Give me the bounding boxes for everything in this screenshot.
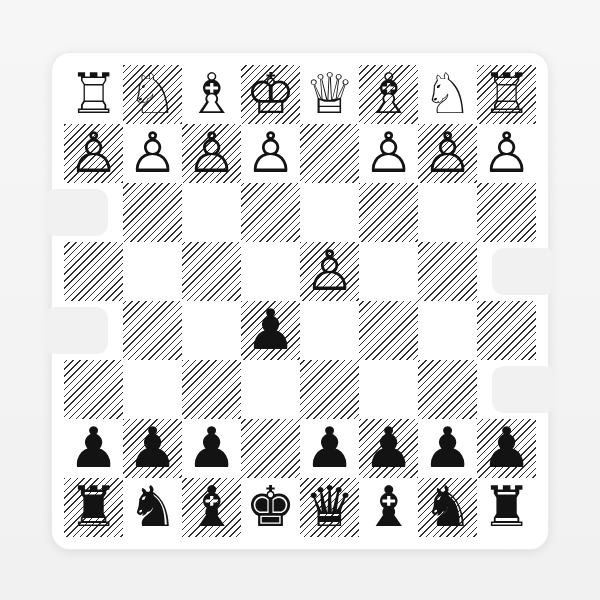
square-g7: ♟ [123, 419, 182, 478]
black-pawn-h7: ♟ [68, 419, 118, 477]
square-g1: ♘ [123, 65, 182, 124]
square-e3 [241, 183, 300, 242]
square-b3 [418, 183, 477, 242]
square-d6 [300, 360, 359, 419]
square-d1: ♕ [300, 65, 359, 124]
square-b5 [418, 301, 477, 360]
black-knight-b8: ♞ [422, 478, 472, 536]
white-pawn-d4: ♙ [304, 242, 354, 300]
square-a7: ♟ [477, 419, 536, 478]
square-b1: ♘ [418, 65, 477, 124]
square-h2: ♙ [64, 124, 123, 183]
black-bishop-c8: ♝ [363, 478, 413, 536]
black-king-e8: ♚ [245, 478, 295, 536]
square-f5 [182, 301, 241, 360]
square-h6 [64, 360, 123, 419]
square-e6 [241, 360, 300, 419]
square-b2: ♙ [418, 124, 477, 183]
square-f6 [182, 360, 241, 419]
square-d7: ♟ [300, 419, 359, 478]
black-rook-h8: ♜ [68, 478, 118, 536]
square-e4 [241, 242, 300, 301]
black-queen-d8: ♛ [304, 478, 354, 536]
square-d8: ♛ [300, 478, 359, 537]
square-d3 [300, 183, 359, 242]
die-cut-notch-h3 [44, 189, 108, 236]
square-f2: ♙ [182, 124, 241, 183]
square-a5 [477, 301, 536, 360]
black-pawn-e5: ♟ [245, 301, 295, 359]
square-f4 [182, 242, 241, 301]
square-d2 [300, 124, 359, 183]
square-e1: ♔ [241, 65, 300, 124]
square-g4 [123, 242, 182, 301]
white-rook-h1: ♖ [68, 65, 118, 123]
square-a8: ♜ [477, 478, 536, 537]
square-d5 [300, 301, 359, 360]
square-b6 [418, 360, 477, 419]
black-pawn-a7: ♟ [481, 419, 531, 477]
square-b4 [418, 242, 477, 301]
white-queen-d1: ♕ [304, 65, 354, 123]
square-g8: ♞ [123, 478, 182, 537]
white-pawn-a2: ♙ [481, 124, 531, 182]
square-e8: ♚ [241, 478, 300, 537]
black-pawn-f7: ♟ [186, 419, 236, 477]
white-bishop-c1: ♗ [363, 65, 413, 123]
white-bishop-f1: ♗ [186, 65, 236, 123]
square-c8: ♝ [359, 478, 418, 537]
black-bishop-f8: ♝ [186, 478, 236, 536]
square-c5 [359, 301, 418, 360]
white-knight-g1: ♘ [127, 65, 177, 123]
white-pawn-g2: ♙ [127, 124, 177, 182]
square-a3 [477, 183, 536, 242]
white-knight-b1: ♘ [422, 65, 472, 123]
white-pawn-e2: ♙ [245, 124, 295, 182]
square-h7: ♟ [64, 419, 123, 478]
black-pawn-d7: ♟ [304, 419, 354, 477]
black-pawn-b7: ♟ [422, 419, 472, 477]
white-pawn-f2: ♙ [186, 124, 236, 182]
black-pawn-c7: ♟ [363, 419, 413, 477]
square-g2: ♙ [123, 124, 182, 183]
square-g6 [123, 360, 182, 419]
black-pawn-g7: ♟ [127, 419, 177, 477]
square-e7 [241, 419, 300, 478]
square-f8: ♝ [182, 478, 241, 537]
square-d4: ♙ [300, 242, 359, 301]
sticker-backing: ♖♘♗♔♕♗♘♖♙♙♙♙♙♙♙♙♟♟♟♟♟♟♟♟♜♞♝♚♛♝♞♜ [52, 53, 548, 549]
square-e2: ♙ [241, 124, 300, 183]
square-a2: ♙ [477, 124, 536, 183]
square-f1: ♗ [182, 65, 241, 124]
square-b7: ♟ [418, 419, 477, 478]
white-pawn-b2: ♙ [422, 124, 472, 182]
square-c2: ♙ [359, 124, 418, 183]
white-king-e1: ♔ [245, 65, 295, 123]
chess-board: ♖♘♗♔♕♗♘♖♙♙♙♙♙♙♙♙♟♟♟♟♟♟♟♟♜♞♝♚♛♝♞♜ [64, 65, 536, 537]
white-pawn-h2: ♙ [68, 124, 118, 182]
square-f3 [182, 183, 241, 242]
square-c3 [359, 183, 418, 242]
white-rook-a1: ♖ [481, 65, 531, 123]
die-cut-notch-a4 [492, 248, 556, 295]
white-pawn-c2: ♙ [363, 124, 413, 182]
square-c6 [359, 360, 418, 419]
square-f7: ♟ [182, 419, 241, 478]
square-c4 [359, 242, 418, 301]
square-b8: ♞ [418, 478, 477, 537]
square-h8: ♜ [64, 478, 123, 537]
square-c7: ♟ [359, 419, 418, 478]
die-cut-notch-h5 [44, 307, 108, 354]
black-rook-a8: ♜ [481, 478, 531, 536]
die-cut-notch-a6 [492, 366, 556, 413]
square-h1: ♖ [64, 65, 123, 124]
square-e5: ♟ [241, 301, 300, 360]
black-knight-g8: ♞ [127, 478, 177, 536]
square-g5 [123, 301, 182, 360]
square-c1: ♗ [359, 65, 418, 124]
square-a1: ♖ [477, 65, 536, 124]
square-g3 [123, 183, 182, 242]
square-h4 [64, 242, 123, 301]
